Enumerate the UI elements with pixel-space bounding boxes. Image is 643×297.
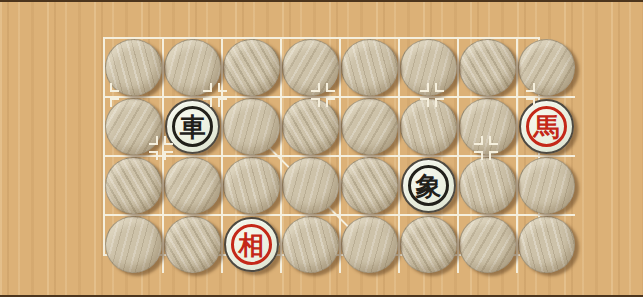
hidden-piece[interactable] — [223, 157, 280, 214]
cell-e1[interactable] — [341, 39, 400, 98]
board-grid: 車馬象相 — [105, 39, 538, 254]
cell-a3[interactable] — [105, 157, 164, 216]
hidden-piece[interactable] — [459, 216, 516, 273]
cell-d1[interactable] — [282, 39, 341, 98]
hidden-piece[interactable] — [105, 39, 162, 96]
piece-black-chariot[interactable]: 車 — [165, 99, 220, 154]
cell-h1[interactable] — [518, 39, 575, 98]
cell-d3[interactable] — [282, 157, 341, 216]
cell-g4[interactable] — [459, 216, 518, 273]
hidden-piece[interactable] — [518, 39, 575, 96]
cell-c1[interactable] — [223, 39, 282, 98]
hidden-piece[interactable] — [341, 98, 398, 155]
hidden-piece[interactable] — [223, 39, 280, 96]
cell-d4[interactable] — [282, 216, 341, 273]
cell-f2[interactable] — [400, 98, 459, 157]
cell-h3[interactable] — [518, 157, 575, 216]
screen-top-edge — [0, 0, 643, 2]
hidden-piece[interactable] — [459, 39, 516, 96]
cell-f1[interactable] — [400, 39, 459, 98]
cell-e4[interactable] — [341, 216, 400, 273]
hidden-piece[interactable] — [164, 39, 221, 96]
cell-f3[interactable]: 象 — [400, 157, 459, 216]
cell-d2[interactable] — [282, 98, 341, 157]
hidden-piece[interactable] — [518, 216, 575, 273]
cell-f4[interactable] — [400, 216, 459, 273]
hidden-piece[interactable] — [400, 216, 457, 273]
hidden-piece[interactable] — [105, 216, 162, 273]
cell-a1[interactable] — [105, 39, 164, 98]
hidden-piece[interactable] — [223, 98, 280, 155]
hidden-piece[interactable] — [341, 157, 398, 214]
hidden-piece[interactable] — [341, 39, 398, 96]
cell-g1[interactable] — [459, 39, 518, 98]
hidden-piece[interactable] — [518, 157, 575, 214]
hidden-piece[interactable] — [105, 98, 162, 155]
piece-glyph: 象 — [416, 173, 442, 199]
cell-g2[interactable] — [459, 98, 518, 157]
hidden-piece[interactable] — [341, 216, 398, 273]
hidden-piece[interactable] — [459, 157, 516, 214]
hidden-piece[interactable] — [164, 157, 221, 214]
hidden-piece[interactable] — [400, 39, 457, 96]
piece-red-horse[interactable]: 馬 — [519, 99, 574, 154]
cell-h2[interactable]: 馬 — [518, 98, 575, 157]
cell-a4[interactable] — [105, 216, 164, 273]
cell-b3[interactable] — [164, 157, 223, 216]
cell-b2[interactable]: 車 — [164, 98, 223, 157]
cell-e2[interactable] — [341, 98, 400, 157]
piece-glyph: 相 — [239, 232, 265, 258]
piece-black-elephant[interactable]: 象 — [401, 158, 456, 213]
hidden-piece[interactable] — [282, 216, 339, 273]
cell-e3[interactable] — [341, 157, 400, 216]
piece-glyph: 車 — [180, 114, 206, 140]
cell-b4[interactable] — [164, 216, 223, 273]
cell-h4[interactable] — [518, 216, 575, 273]
cell-c4[interactable]: 相 — [223, 216, 282, 273]
banqi-table: 車馬象相 — [0, 0, 643, 297]
hidden-piece[interactable] — [459, 98, 516, 155]
hidden-piece[interactable] — [282, 98, 339, 155]
hidden-piece[interactable] — [282, 39, 339, 96]
piece-red-minister[interactable]: 相 — [224, 217, 279, 272]
cell-c3[interactable] — [223, 157, 282, 216]
banqi-board: 車馬象相 — [103, 37, 540, 256]
cell-b1[interactable] — [164, 39, 223, 98]
hidden-piece[interactable] — [164, 216, 221, 273]
cell-g3[interactable] — [459, 157, 518, 216]
hidden-piece[interactable] — [105, 157, 162, 214]
hidden-piece[interactable] — [282, 157, 339, 214]
piece-glyph: 馬 — [534, 114, 560, 140]
cell-a2[interactable] — [105, 98, 164, 157]
hidden-piece[interactable] — [400, 98, 457, 155]
cell-c2[interactable] — [223, 98, 282, 157]
